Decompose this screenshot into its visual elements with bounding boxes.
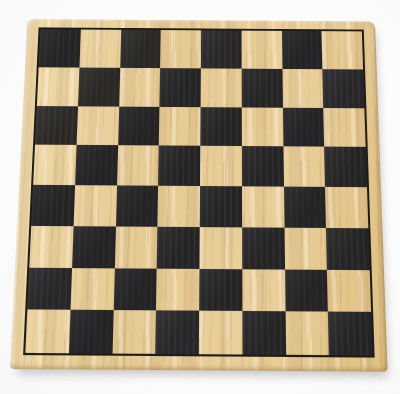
square-d2[interactable] (156, 268, 199, 311)
wooden-chessboard (10, 19, 388, 372)
photo-background (0, 0, 400, 394)
square-h8[interactable] (322, 31, 363, 69)
square-f6[interactable] (242, 107, 283, 147)
square-d4[interactable] (158, 186, 200, 227)
square-a5[interactable] (33, 145, 76, 185)
square-b1[interactable] (69, 310, 114, 354)
square-b6[interactable] (76, 106, 118, 146)
square-h3[interactable] (326, 228, 370, 270)
square-e5[interactable] (200, 146, 242, 186)
square-g7[interactable] (282, 69, 323, 108)
square-c5[interactable] (117, 145, 159, 185)
square-a4[interactable] (31, 185, 75, 226)
square-c8[interactable] (120, 30, 161, 68)
square-g2[interactable] (285, 269, 329, 312)
square-h6[interactable] (323, 108, 365, 148)
square-h2[interactable] (327, 269, 371, 312)
square-b4[interactable] (73, 185, 116, 226)
square-e2[interactable] (199, 268, 242, 311)
square-b8[interactable] (79, 30, 121, 68)
square-a1[interactable] (25, 310, 70, 354)
square-b7[interactable] (78, 67, 120, 106)
square-d3[interactable] (157, 227, 200, 269)
square-g6[interactable] (282, 107, 324, 147)
square-b3[interactable] (72, 226, 116, 268)
square-d1[interactable] (155, 311, 199, 355)
square-d5[interactable] (158, 146, 200, 186)
square-f8[interactable] (241, 31, 282, 69)
square-g4[interactable] (283, 187, 326, 228)
square-b2[interactable] (70, 268, 114, 311)
square-g8[interactable] (281, 31, 322, 69)
square-f7[interactable] (241, 68, 282, 107)
square-b5[interactable] (75, 145, 118, 185)
square-e8[interactable] (201, 30, 242, 68)
square-d7[interactable] (160, 68, 201, 107)
square-e1[interactable] (199, 311, 242, 355)
square-a8[interactable] (39, 29, 81, 67)
square-d8[interactable] (160, 30, 201, 68)
square-c2[interactable] (113, 268, 157, 311)
square-c6[interactable] (118, 106, 160, 146)
square-e6[interactable] (200, 107, 241, 147)
square-a7[interactable] (37, 67, 79, 106)
square-f4[interactable] (242, 186, 284, 227)
square-e7[interactable] (201, 68, 242, 107)
board-grid (25, 29, 372, 355)
square-g5[interactable] (283, 147, 325, 187)
square-g1[interactable] (285, 312, 329, 356)
square-h5[interactable] (324, 147, 367, 187)
square-d6[interactable] (159, 106, 201, 146)
square-c7[interactable] (119, 68, 161, 107)
board-border-line (23, 27, 375, 357)
square-h4[interactable] (325, 187, 368, 228)
square-c4[interactable] (115, 185, 158, 226)
square-e3[interactable] (199, 227, 242, 269)
square-h7[interactable] (323, 69, 365, 108)
square-a3[interactable] (29, 226, 73, 268)
square-f3[interactable] (242, 227, 285, 269)
square-c1[interactable] (112, 310, 156, 354)
square-c3[interactable] (114, 226, 157, 268)
square-f1[interactable] (242, 311, 286, 355)
square-f2[interactable] (242, 269, 285, 312)
square-g3[interactable] (284, 227, 327, 269)
square-a6[interactable] (35, 106, 78, 146)
square-f5[interactable] (242, 146, 284, 186)
square-e4[interactable] (200, 186, 242, 227)
square-a2[interactable] (27, 267, 72, 310)
square-h1[interactable] (328, 312, 372, 356)
